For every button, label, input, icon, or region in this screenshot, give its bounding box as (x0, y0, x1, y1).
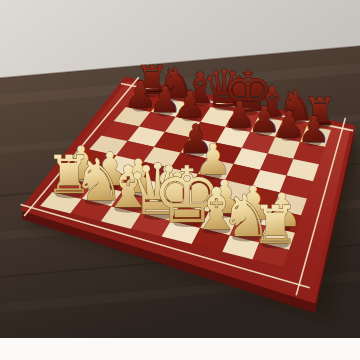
piece-white-rook-h1[interactable]: ♜ (252, 194, 299, 255)
white-rook-glyph: ♜ (252, 194, 299, 255)
photo-bottom-margin (0, 338, 360, 360)
chess-scene: ♜♞♝♛♟♚♟♝♟♞♜♟♟♟♟♟♟♟♟♟♜♟♞♝♟♛♟♚♟♝♞♜ (0, 0, 360, 360)
photo-canvas: ♜♞♝♛♟♚♟♝♟♞♜♟♟♟♟♟♟♟♟♟♜♟♞♝♟♛♟♚♟♝♞♜ Wooden … (0, 0, 360, 360)
chess-set-photo: ♜♞♝♛♟♚♟♝♟♞♜♟♟♟♟♟♟♟♟♟♜♟♞♝♟♛♟♚♟♝♞♜ Wooden … (0, 0, 360, 360)
black-pawn-glyph: ♟ (297, 108, 330, 151)
piece-black-pawn-h7[interactable]: ♟ (297, 108, 330, 151)
